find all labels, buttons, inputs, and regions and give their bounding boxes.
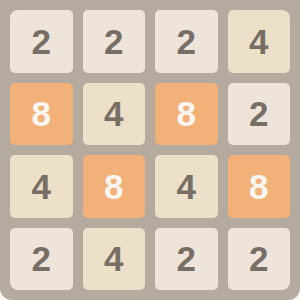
tile-r4c3-value-2: 2 (155, 228, 218, 291)
tile-r4c2-value-4: 4 (83, 228, 146, 291)
tile-r2c4-value-2: 2 (228, 83, 291, 146)
game-board[interactable]: 2224848248482422 (0, 0, 300, 300)
tile-r1c3-value-2: 2 (155, 10, 218, 73)
tile-r3c2-value-8: 8 (83, 155, 146, 218)
tile-r2c1-value-8: 8 (10, 83, 73, 146)
tile-r3c1-value-4: 4 (10, 155, 73, 218)
tile-r2c2-value-4: 4 (83, 83, 146, 146)
tile-r1c2-value-2: 2 (83, 10, 146, 73)
tile-r3c4-value-8: 8 (228, 155, 291, 218)
tile-r2c3-value-8: 8 (155, 83, 218, 146)
tile-r4c4-value-2: 2 (228, 228, 291, 291)
tile-r1c4-value-4: 4 (228, 10, 291, 73)
tile-r1c1-value-2: 2 (10, 10, 73, 73)
tile-r3c3-value-4: 4 (155, 155, 218, 218)
game-2048-screen: 2224848248482422 (0, 0, 300, 300)
tile-r4c1-value-2: 2 (10, 228, 73, 291)
